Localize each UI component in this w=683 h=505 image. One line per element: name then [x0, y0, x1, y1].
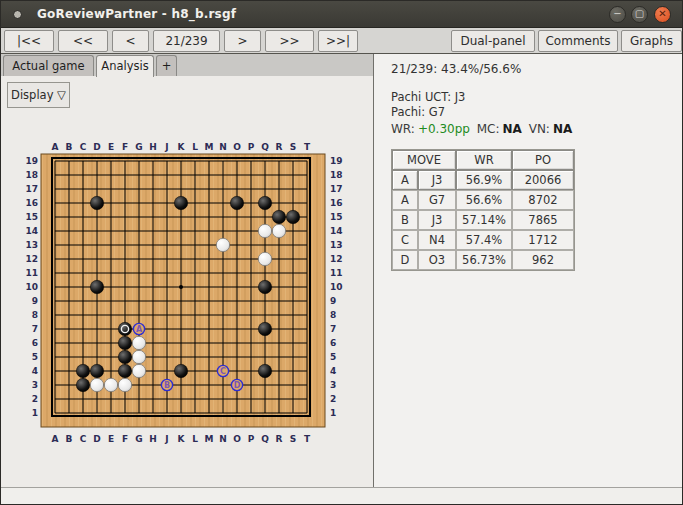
po-column-header: PO	[512, 150, 574, 170]
nav-first-button[interactable]: |<<	[4, 30, 54, 52]
hint-letter: A	[136, 325, 143, 334]
wr-value: +0.30pp	[418, 122, 470, 136]
black-stone	[258, 280, 271, 293]
svg-text:H: H	[149, 434, 157, 444]
app-icon	[13, 10, 22, 19]
svg-text:10: 10	[330, 282, 343, 292]
cell-coord[interactable]: J3	[418, 210, 456, 230]
cell-wr[interactable]: 56.9%	[456, 170, 512, 190]
vn-label: VN:	[529, 122, 550, 136]
svg-text:O: O	[233, 142, 241, 152]
app-window: GoReviewPartner - h8_b.rsgf − ▢ ✕ |<<<<<…	[0, 0, 683, 505]
black-stone	[90, 196, 103, 209]
svg-text:C: C	[80, 142, 87, 152]
white-stone	[132, 364, 145, 377]
svg-text:9: 9	[330, 296, 336, 306]
svg-text:A: A	[52, 434, 59, 444]
black-stone	[174, 196, 187, 209]
svg-text:3: 3	[32, 380, 38, 390]
svg-text:5: 5	[330, 352, 336, 362]
svg-text:F: F	[122, 142, 128, 152]
svg-text:15: 15	[330, 212, 343, 222]
cell-wr[interactable]: 57.14%	[456, 210, 512, 230]
svg-text:M: M	[205, 434, 214, 444]
svg-text:9: 9	[32, 296, 38, 306]
svg-text:R: R	[276, 142, 283, 152]
svg-text:1: 1	[330, 408, 336, 418]
svg-text:G: G	[135, 434, 142, 444]
cell-po[interactable]: 20066	[512, 170, 574, 190]
nav-prev-button[interactable]: <	[112, 30, 149, 52]
graphs-button[interactable]: Graphs	[621, 30, 682, 52]
candidate-move-row[interactable]: DO356.73%962	[392, 250, 574, 270]
svg-text:11: 11	[25, 268, 38, 278]
svg-text:J: J	[164, 142, 168, 152]
svg-text:S: S	[290, 142, 296, 152]
svg-text:17: 17	[25, 184, 38, 194]
svg-text:10: 10	[25, 282, 38, 292]
svg-text:O: O	[233, 434, 241, 444]
black-stone	[118, 350, 131, 363]
white-stone	[104, 378, 117, 391]
svg-text:8: 8	[330, 310, 336, 320]
nav-back10-button[interactable]: <<	[58, 30, 108, 52]
white-stone	[272, 224, 285, 237]
navigation-toolbar: |<<<<<21/239>>>>>|Dual-panelCommentsGrap…	[1, 28, 682, 54]
svg-text:K: K	[178, 434, 186, 444]
svg-text:L: L	[192, 434, 198, 444]
svg-text:B: B	[66, 434, 73, 444]
white-stone	[216, 238, 229, 251]
black-stone	[258, 196, 271, 209]
svg-text:7: 7	[330, 324, 336, 334]
table-header-row: MOVE WR PO	[392, 150, 574, 170]
cell-po[interactable]: 1712	[512, 230, 574, 250]
svg-text:A: A	[52, 142, 59, 152]
black-stone	[76, 378, 89, 391]
cell-po[interactable]: 962	[512, 250, 574, 270]
svg-text:14: 14	[330, 226, 343, 236]
svg-text:2: 2	[32, 394, 38, 404]
black-stone	[258, 322, 271, 335]
white-stone	[118, 378, 131, 391]
svg-text:T: T	[304, 142, 311, 152]
window-title: GoReviewPartner - h8_b.rsgf	[37, 7, 236, 21]
svg-text:13: 13	[330, 240, 343, 250]
cell-letter[interactable]: A	[392, 170, 418, 190]
vn-value: NA	[553, 122, 572, 136]
cell-po[interactable]: 8702	[512, 190, 574, 210]
svg-text:M: M	[205, 142, 214, 152]
cell-wr[interactable]: 56.6%	[456, 190, 512, 210]
svg-text:Q: Q	[261, 142, 269, 152]
engine-suggestion-1: Pachi UCT: J3	[391, 90, 465, 104]
winrate-line: WR:+0.30pp MC:NA VN:NA	[391, 122, 575, 136]
svg-text:H: H	[149, 142, 157, 152]
cell-coord[interactable]: N4	[418, 230, 456, 250]
cell-letter[interactable]: D	[392, 250, 418, 270]
svg-text:E: E	[108, 434, 114, 444]
svg-text:P: P	[248, 142, 255, 152]
svg-text:B: B	[66, 142, 73, 152]
svg-text:2: 2	[330, 394, 336, 404]
svg-text:T: T	[304, 434, 311, 444]
svg-text:7: 7	[32, 324, 38, 334]
candidate-move-row[interactable]: BJ357.14%7865	[392, 210, 574, 230]
analysis-pane: Display ▽ AABBCCDDEEFFGGHHJJKKLLMMNNOOPP…	[1, 76, 373, 487]
cell-letter[interactable]: C	[392, 230, 418, 250]
hint-letter: B	[164, 381, 170, 390]
cell-coord[interactable]: O3	[418, 250, 456, 270]
svg-text:F: F	[122, 434, 128, 444]
mc-value: NA	[503, 122, 522, 136]
svg-text:6: 6	[32, 338, 38, 348]
svg-text:12: 12	[330, 254, 343, 264]
cell-coord[interactable]: G7	[418, 190, 456, 210]
svg-text:P: P	[248, 434, 255, 444]
tab-strip: Actual gameAnalysis+	[1, 54, 373, 76]
title-bar: GoReviewPartner - h8_b.rsgf − ▢ ✕	[1, 1, 682, 28]
tab-actual-game[interactable]: Actual game	[3, 55, 94, 76]
move-column-header: MOVE	[392, 150, 456, 170]
white-stone	[258, 252, 271, 265]
svg-text:11: 11	[330, 268, 343, 278]
svg-text:D: D	[93, 434, 100, 444]
candidate-move-row[interactable]: AG756.6%8702	[392, 190, 574, 210]
hint-letter: D	[234, 381, 241, 390]
cell-wr[interactable]: 56.73%	[456, 250, 512, 270]
black-stone	[118, 322, 131, 335]
candidate-move-row[interactable]: AJ356.9%20066	[392, 170, 574, 190]
svg-text:19: 19	[25, 156, 38, 166]
svg-text:N: N	[219, 434, 227, 444]
maximize-button[interactable]: ▢	[631, 6, 648, 23]
move-summary: 21/239: 43.4%/56.6%	[391, 62, 521, 76]
black-stone	[272, 210, 285, 223]
candidate-moves-table: MOVE WR PO AJ356.9%20066AG756.6%8702BJ35…	[391, 149, 575, 271]
svg-text:R: R	[276, 434, 283, 444]
svg-text:C: C	[80, 434, 87, 444]
tab-new[interactable]: +	[156, 55, 177, 76]
wr-column-header: WR	[456, 150, 512, 170]
svg-text:14: 14	[25, 226, 38, 236]
svg-text:4: 4	[32, 366, 38, 376]
cell-coord[interactable]: J3	[418, 170, 456, 190]
cell-letter[interactable]: B	[392, 210, 418, 230]
nav-last-button[interactable]: >>|	[318, 30, 358, 52]
svg-text:J: J	[164, 434, 168, 444]
mc-label: MC:	[477, 122, 500, 136]
svg-text:1: 1	[32, 408, 38, 418]
svg-text:16: 16	[25, 198, 38, 208]
candidate-move-row[interactable]: CN457.4%1712	[392, 230, 574, 250]
black-stone	[118, 364, 131, 377]
minimize-button[interactable]: −	[609, 6, 626, 23]
status-bar	[1, 487, 682, 505]
board-svg[interactable]: AABBCCDDEEFFGGHHJJKKLLMMNNOOPPQQRRSSTT19…	[23, 139, 349, 451]
black-stone	[118, 336, 131, 349]
black-stone	[258, 364, 271, 377]
black-stone	[90, 364, 103, 377]
svg-text:13: 13	[25, 240, 38, 250]
svg-text:15: 15	[25, 212, 38, 222]
svg-text:N: N	[219, 142, 227, 152]
display-menu-button[interactable]: Display ▽	[7, 82, 70, 108]
svg-text:18: 18	[25, 170, 38, 180]
tab-analysis[interactable]: Analysis	[96, 55, 154, 77]
svg-text:E: E	[108, 142, 114, 152]
svg-text:Q: Q	[261, 434, 269, 444]
black-stone	[90, 280, 103, 293]
dual-panel-button[interactable]: Dual-panel	[451, 30, 535, 52]
move-counter: 21/239	[153, 30, 220, 52]
close-button[interactable]: ✕	[654, 6, 671, 23]
nav-fwd10-button[interactable]: >>	[265, 30, 314, 52]
svg-text:8: 8	[32, 310, 38, 320]
svg-text:L: L	[192, 142, 198, 152]
go-board[interactable]: AABBCCDDEEFFGGHHJJKKLLMMNNOOPPQQRRSSTT19…	[23, 139, 349, 451]
engine-suggestion-2: Pachi: G7	[391, 105, 445, 119]
info-pane: 21/239: 43.4%/56.6% Pachi UCT: J3 Pachi:…	[374, 54, 683, 487]
nav-next-button[interactable]: >	[224, 30, 261, 52]
black-stone	[286, 210, 299, 223]
cell-letter[interactable]: A	[392, 190, 418, 210]
svg-text:19: 19	[330, 156, 343, 166]
svg-text:G: G	[135, 142, 142, 152]
svg-text:K: K	[178, 142, 186, 152]
hint-letter: C	[220, 367, 226, 376]
svg-text:S: S	[290, 434, 296, 444]
black-stone	[230, 196, 243, 209]
wr-label: WR:	[391, 122, 415, 136]
cell-wr[interactable]: 57.4%	[456, 230, 512, 250]
svg-text:4: 4	[330, 366, 336, 376]
white-stone	[132, 350, 145, 363]
svg-text:16: 16	[330, 198, 343, 208]
white-stone	[90, 378, 103, 391]
white-stone	[258, 224, 271, 237]
svg-text:6: 6	[330, 338, 336, 348]
svg-text:12: 12	[25, 254, 38, 264]
black-stone	[76, 364, 89, 377]
black-stone	[174, 364, 187, 377]
white-stone	[132, 336, 145, 349]
cell-po[interactable]: 7865	[512, 210, 574, 230]
svg-text:17: 17	[330, 184, 343, 194]
comments-button[interactable]: Comments	[538, 30, 618, 52]
svg-text:5: 5	[32, 352, 38, 362]
svg-text:18: 18	[330, 170, 343, 180]
svg-text:D: D	[93, 142, 100, 152]
svg-text:3: 3	[330, 380, 336, 390]
